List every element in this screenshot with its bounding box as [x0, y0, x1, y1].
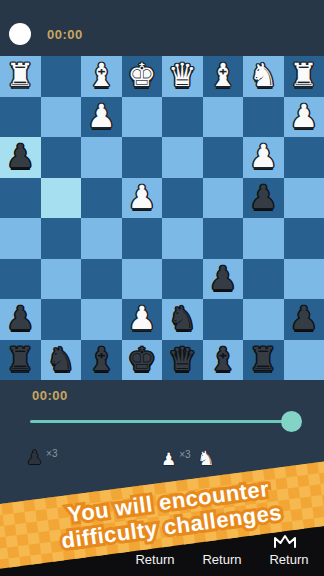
captured-white-pawn-icon: ♟	[161, 451, 176, 468]
square-f6[interactable]	[81, 259, 122, 300]
top-player-bar: 00:00	[0, 0, 324, 56]
square-a7[interactable]: ♟	[284, 299, 324, 340]
square-b3[interactable]: ♟	[243, 137, 284, 178]
square-b7[interactable]	[243, 299, 284, 340]
square-h5[interactable]	[0, 218, 41, 259]
square-h2[interactable]	[0, 97, 41, 138]
square-a3[interactable]	[284, 137, 324, 178]
square-b6[interactable]	[243, 259, 284, 300]
piece-bR-h8: ♜	[6, 343, 35, 375]
piece-bP-h3: ♟	[6, 140, 35, 172]
square-c6[interactable]: ♟	[203, 259, 244, 300]
piece-bB-f8: ♝	[87, 343, 116, 375]
square-h1[interactable]: ♜	[0, 56, 41, 97]
piece-wP-e7: ♟	[127, 302, 156, 334]
captured-black-pawn-icon: ♟	[26, 448, 43, 467]
square-f3[interactable]	[81, 137, 122, 178]
piece-bP-c6: ♟	[208, 262, 237, 294]
square-e7[interactable]: ♟	[122, 299, 163, 340]
square-b8[interactable]: ♜	[243, 340, 284, 381]
square-d7[interactable]: ♞	[162, 299, 203, 340]
square-b1[interactable]: ♞	[243, 56, 284, 97]
square-a8[interactable]	[284, 340, 324, 381]
square-c3[interactable]	[203, 137, 244, 178]
piece-bQ-d8: ♛	[168, 343, 197, 375]
piece-bP-h7: ♟	[6, 302, 35, 334]
piece-wK-e1: ♚	[127, 59, 156, 91]
square-b4[interactable]: ♟	[243, 178, 284, 219]
square-d8[interactable]: ♛	[162, 340, 203, 381]
square-b5[interactable]	[243, 218, 284, 259]
piece-bP-b4: ♟	[249, 181, 278, 213]
piece-wB-c1: ♝	[208, 59, 237, 91]
square-d3[interactable]	[162, 137, 203, 178]
square-d1[interactable]: ♛	[162, 56, 203, 97]
square-e8[interactable]: ♚	[122, 340, 163, 381]
square-c1[interactable]: ♝	[203, 56, 244, 97]
square-a1[interactable]: ♜	[284, 56, 324, 97]
return-button-2[interactable]: Return	[193, 551, 251, 568]
piece-bR-b8: ♜	[249, 343, 278, 375]
square-e2[interactable]	[122, 97, 163, 138]
square-b2[interactable]	[243, 97, 284, 138]
square-h7[interactable]: ♟	[0, 299, 41, 340]
square-g6[interactable]	[41, 259, 82, 300]
captured-tray-black: ♟ ×3	[26, 448, 61, 467]
square-h8[interactable]: ♜	[0, 340, 41, 381]
piece-bK-e8: ♚	[127, 343, 156, 375]
piece-wR-h1: ♜	[6, 59, 35, 91]
square-c2[interactable]	[203, 97, 244, 138]
square-f7[interactable]	[81, 299, 122, 340]
square-c7[interactable]	[203, 299, 244, 340]
square-c8[interactable]: ♝	[203, 340, 244, 381]
square-h6[interactable]	[0, 259, 41, 300]
progress-slider-knob[interactable]	[281, 411, 302, 432]
square-f1[interactable]: ♝	[81, 56, 122, 97]
square-a2[interactable]: ♟	[284, 97, 324, 138]
square-e5[interactable]	[122, 218, 163, 259]
crown-icon	[272, 534, 298, 548]
square-g3[interactable]	[41, 137, 82, 178]
captured-white-pawn-count: ×3	[179, 449, 190, 460]
captured-black-pawn-count: ×3	[46, 448, 57, 459]
square-a6[interactable]	[284, 259, 324, 300]
captured-white-knight-icon: ♞	[197, 448, 215, 468]
return-button-1[interactable]: Return	[126, 551, 184, 568]
piece-bN-g8: ♞	[46, 343, 75, 375]
chess-app-screen: 00:00 ♜♝♚♛♝♞♜♟♟♟♟♟♟♟♟♟♞♟♜♞♝♚♛♝♜ 00:00 ♟ …	[0, 0, 324, 576]
piece-bP-a7: ♟	[289, 302, 318, 334]
square-g4[interactable]	[41, 178, 82, 219]
square-c5[interactable]	[203, 218, 244, 259]
square-a4[interactable]	[284, 178, 324, 219]
square-a5[interactable]	[284, 218, 324, 259]
square-h4[interactable]	[0, 178, 41, 219]
piece-wP-a2: ♟	[289, 100, 318, 132]
square-d6[interactable]	[162, 259, 203, 300]
piece-wP-b3: ♟	[249, 140, 278, 172]
square-d5[interactable]	[162, 218, 203, 259]
square-g7[interactable]	[41, 299, 82, 340]
square-h3[interactable]: ♟	[0, 137, 41, 178]
top-player-clock: 00:00	[47, 27, 83, 42]
square-d2[interactable]	[162, 97, 203, 138]
square-g5[interactable]	[41, 218, 82, 259]
square-d4[interactable]	[162, 178, 203, 219]
return-button-3[interactable]: Return	[260, 551, 318, 568]
square-f5[interactable]	[81, 218, 122, 259]
square-e4[interactable]: ♟	[122, 178, 163, 219]
piece-wP-e4: ♟	[127, 181, 156, 213]
piece-bB-c8: ♝	[208, 343, 237, 375]
bottom-player-clock: 00:00	[32, 388, 68, 403]
white-player-indicator-icon	[9, 23, 31, 45]
piece-wN-b1: ♞	[249, 59, 278, 91]
piece-wQ-d1: ♛	[168, 59, 197, 91]
square-f8[interactable]: ♝	[81, 340, 122, 381]
square-e3[interactable]	[122, 137, 163, 178]
piece-wR-a1: ♜	[289, 59, 318, 91]
progress-slider-track	[30, 420, 292, 423]
piece-bN-d7: ♞	[168, 302, 197, 334]
piece-wP-f2: ♟	[87, 100, 116, 132]
square-c4[interactable]	[203, 178, 244, 219]
chess-board[interactable]: ♜♝♚♛♝♞♜♟♟♟♟♟♟♟♟♟♞♟♜♞♝♚♛♝♜	[0, 56, 324, 380]
square-g2[interactable]	[41, 97, 82, 138]
square-g1[interactable]	[41, 56, 82, 97]
square-f4[interactable]	[81, 178, 122, 219]
square-f2[interactable]: ♟	[81, 97, 122, 138]
square-e6[interactable]	[122, 259, 163, 300]
square-e1[interactable]: ♚	[122, 56, 163, 97]
captured-tray-white: ♟ ×3 ♞	[161, 448, 215, 468]
piece-wB-f1: ♝	[87, 59, 116, 91]
square-g8[interactable]: ♞	[41, 340, 82, 381]
